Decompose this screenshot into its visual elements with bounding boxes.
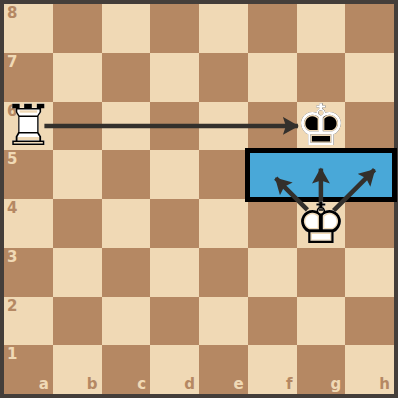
square-h2[interactable]: [345, 297, 394, 346]
file-label-f: f: [286, 377, 293, 392]
square-h8[interactable]: [345, 4, 394, 53]
black-king-g6[interactable]: ♚♔: [297, 102, 346, 151]
square-c7[interactable]: [102, 53, 151, 102]
square-e6[interactable]: [199, 102, 248, 151]
rank-label-7: 7: [7, 55, 17, 70]
white-rook-glyph-outline: ♖: [4, 102, 53, 151]
square-b4[interactable]: [53, 199, 102, 248]
rank-label-4: 4: [7, 201, 17, 216]
file-label-h: h: [379, 377, 390, 392]
square-e3[interactable]: [199, 248, 248, 297]
square-d1[interactable]: d: [150, 345, 199, 394]
square-f6[interactable]: [248, 102, 297, 151]
square-d7[interactable]: [150, 53, 199, 102]
square-e5[interactable]: [199, 150, 248, 199]
square-h1[interactable]: h: [345, 345, 394, 394]
black-king-glyph-outline: ♔: [297, 102, 346, 151]
square-d3[interactable]: [150, 248, 199, 297]
square-a3[interactable]: 3: [4, 248, 53, 297]
square-g2[interactable]: [297, 297, 346, 346]
square-f1[interactable]: f: [248, 345, 297, 394]
square-c1[interactable]: c: [102, 345, 151, 394]
square-f4[interactable]: [248, 199, 297, 248]
square-b2[interactable]: [53, 297, 102, 346]
square-f2[interactable]: [248, 297, 297, 346]
square-h4[interactable]: [345, 199, 394, 248]
file-label-c: c: [137, 377, 146, 392]
rank-label-2: 2: [7, 299, 17, 314]
square-c3[interactable]: [102, 248, 151, 297]
white-king-glyph-outline: ♔: [297, 199, 346, 248]
square-d6[interactable]: [150, 102, 199, 151]
file-label-e: e: [234, 377, 244, 392]
square-b8[interactable]: [53, 4, 102, 53]
square-a4[interactable]: 4: [4, 199, 53, 248]
file-label-b: b: [87, 377, 98, 392]
chess-board: 87654321abcdefgh♜♖♚♔♚♔: [4, 4, 394, 394]
square-d8[interactable]: [150, 4, 199, 53]
square-a2[interactable]: 2: [4, 297, 53, 346]
square-b6[interactable]: [53, 102, 102, 151]
square-a8[interactable]: 8: [4, 4, 53, 53]
square-f3[interactable]: [248, 248, 297, 297]
white-rook-a6[interactable]: ♜♖: [4, 102, 53, 151]
square-e4[interactable]: [199, 199, 248, 248]
square-e7[interactable]: [199, 53, 248, 102]
square-c2[interactable]: [102, 297, 151, 346]
square-b1[interactable]: b: [53, 345, 102, 394]
square-e2[interactable]: [199, 297, 248, 346]
square-c4[interactable]: [102, 199, 151, 248]
rank-label-8: 8: [7, 6, 17, 21]
square-e8[interactable]: [199, 4, 248, 53]
square-h7[interactable]: [345, 53, 394, 102]
square-c6[interactable]: [102, 102, 151, 151]
square-f8[interactable]: [248, 4, 297, 53]
square-d5[interactable]: [150, 150, 199, 199]
square-b3[interactable]: [53, 248, 102, 297]
square-c5[interactable]: [102, 150, 151, 199]
square-f7[interactable]: [248, 53, 297, 102]
square-d2[interactable]: [150, 297, 199, 346]
square-e1[interactable]: e: [199, 345, 248, 394]
file-label-d: d: [184, 377, 195, 392]
square-d4[interactable]: [150, 199, 199, 248]
square-a1[interactable]: 1a: [4, 345, 53, 394]
file-label-g: g: [331, 377, 342, 392]
white-king-g4[interactable]: ♚♔: [297, 199, 346, 248]
rank-label-1: 1: [7, 347, 17, 362]
rank-label-3: 3: [7, 250, 17, 265]
square-h6[interactable]: [345, 102, 394, 151]
square-b5[interactable]: [53, 150, 102, 199]
square-g1[interactable]: g: [297, 345, 346, 394]
square-h3[interactable]: [345, 248, 394, 297]
square-c8[interactable]: [102, 4, 151, 53]
chess-board-frame: 87654321abcdefgh♜♖♚♔♚♔: [0, 0, 398, 398]
square-b7[interactable]: [53, 53, 102, 102]
square-g8[interactable]: [297, 4, 346, 53]
file-label-a: a: [39, 377, 49, 392]
